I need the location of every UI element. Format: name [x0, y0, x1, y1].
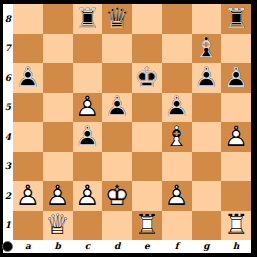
square-e3[interactable] [132, 152, 162, 182]
square-f6[interactable] [162, 63, 192, 93]
square-b5[interactable] [43, 93, 73, 123]
square-g8[interactable] [192, 4, 222, 34]
black-rook-glyph-outline: ♖ [73, 4, 103, 34]
white-pawn-piece: ♟♙ [13, 181, 43, 211]
square-h4[interactable]: ♟♙ [221, 122, 251, 152]
square-f8[interactable] [162, 4, 192, 34]
white-king-glyph-outline: ♔ [102, 181, 132, 211]
white-pawn-piece: ♟♙ [73, 93, 103, 123]
square-a3[interactable] [13, 152, 43, 182]
square-e2[interactable] [132, 181, 162, 211]
square-f5[interactable]: ♟♙ [162, 93, 192, 123]
white-rook-glyph-outline: ♖ [132, 211, 162, 241]
black-bishop-glyph-outline: ♗ [192, 34, 222, 64]
square-h1[interactable]: ♜♖ [221, 211, 251, 241]
chess-diagram: 87654321 ♜♖♛♕♜♖♝♗♟♙♚♔♟♙♟♙♟♙♟♙♟♙♟♙♝♗♟♙♟♙♟… [0, 0, 257, 257]
square-f2[interactable]: ♟♙ [162, 181, 192, 211]
file-label-f: f [162, 240, 192, 253]
rank-label-7: 7 [3, 34, 13, 64]
square-g6[interactable]: ♟♙ [192, 63, 222, 93]
white-pawn-piece: ♟♙ [221, 122, 251, 152]
black-pawn-glyph-outline: ♙ [102, 93, 132, 123]
white-pawn-glyph-outline: ♙ [162, 181, 192, 211]
square-e1[interactable]: ♜♖ [132, 211, 162, 241]
white-pawn-glyph-outline: ♙ [43, 181, 73, 211]
square-b8[interactable] [43, 4, 73, 34]
square-g4[interactable] [192, 122, 222, 152]
black-pawn-piece: ♟♙ [162, 93, 192, 123]
square-g3[interactable] [192, 152, 222, 182]
white-pawn-glyph-outline: ♙ [73, 181, 103, 211]
square-b6[interactable] [43, 63, 73, 93]
square-g7[interactable]: ♝♗ [192, 34, 222, 64]
square-d6[interactable] [102, 63, 132, 93]
white-rook-piece: ♜♖ [132, 211, 162, 241]
square-g5[interactable] [192, 93, 222, 123]
file-label-g: g [192, 240, 222, 253]
square-b2[interactable]: ♟♙ [43, 181, 73, 211]
square-f4[interactable]: ♝♗ [162, 122, 192, 152]
file-label-d: d [102, 240, 132, 253]
square-d7[interactable] [102, 34, 132, 64]
white-bishop-piece: ♝♗ [162, 122, 192, 152]
square-h3[interactable] [221, 152, 251, 182]
white-pawn-piece: ♟♙ [162, 181, 192, 211]
square-e4[interactable] [132, 122, 162, 152]
square-c1[interactable] [73, 211, 103, 241]
black-rook-piece: ♜♖ [221, 4, 251, 34]
square-e7[interactable] [132, 34, 162, 64]
white-bishop-glyph-outline: ♗ [162, 122, 192, 152]
chess-board: ♜♖♛♕♜♖♝♗♟♙♚♔♟♙♟♙♟♙♟♙♟♙♟♙♝♗♟♙♟♙♟♙♟♙♚♔♟♙♛♕… [13, 4, 251, 240]
white-pawn-glyph-outline: ♙ [221, 122, 251, 152]
square-d8[interactable]: ♛♕ [102, 4, 132, 34]
black-pawn-glyph-outline: ♙ [73, 122, 103, 152]
black-pawn-glyph-outline: ♙ [221, 63, 251, 93]
black-bishop-piece: ♝♗ [192, 34, 222, 64]
black-pawn-glyph-outline: ♙ [192, 63, 222, 93]
rank-label-4: 4 [3, 122, 13, 152]
file-label-h: h [221, 240, 251, 253]
white-rook-glyph-outline: ♖ [221, 211, 251, 241]
white-queen-glyph-outline: ♕ [43, 211, 73, 241]
square-h7[interactable] [221, 34, 251, 64]
rank-label-3: 3 [3, 152, 13, 182]
file-label-b: b [43, 240, 73, 253]
white-pawn-glyph-outline: ♙ [13, 181, 43, 211]
square-a2[interactable]: ♟♙ [13, 181, 43, 211]
square-b1[interactable]: ♛♕ [43, 211, 73, 241]
square-e5[interactable] [132, 93, 162, 123]
black-queen-glyph-outline: ♕ [102, 4, 132, 34]
square-e6[interactable]: ♚♔ [132, 63, 162, 93]
square-h6[interactable]: ♟♙ [221, 63, 251, 93]
rank-label-1: 1 [3, 211, 13, 241]
square-g2[interactable] [192, 181, 222, 211]
square-e8[interactable] [132, 4, 162, 34]
white-pawn-glyph-outline: ♙ [73, 93, 103, 123]
square-c5[interactable]: ♟♙ [73, 93, 103, 123]
square-a6[interactable]: ♟♙ [13, 63, 43, 93]
white-king-piece: ♚♔ [102, 181, 132, 211]
black-queen-piece: ♛♕ [102, 4, 132, 34]
rank-labels: 87654321 [3, 4, 13, 240]
square-a4[interactable] [13, 122, 43, 152]
square-c6[interactable] [73, 63, 103, 93]
square-a5[interactable] [13, 93, 43, 123]
black-pawn-glyph-outline: ♙ [162, 93, 192, 123]
square-c4[interactable]: ♟♙ [73, 122, 103, 152]
square-f1[interactable] [162, 211, 192, 241]
square-h8[interactable]: ♜♖ [221, 4, 251, 34]
black-king-glyph-outline: ♔ [132, 63, 162, 93]
file-label-c: c [73, 240, 103, 253]
black-king-piece: ♚♔ [132, 63, 162, 93]
file-labels: abcdefgh [13, 240, 251, 253]
square-c8[interactable]: ♜♖ [73, 4, 103, 34]
black-pawn-piece: ♟♙ [192, 63, 222, 93]
square-c7[interactable] [73, 34, 103, 64]
square-g1[interactable] [192, 211, 222, 241]
square-b7[interactable] [43, 34, 73, 64]
square-b4[interactable] [43, 122, 73, 152]
black-pawn-glyph-outline: ♙ [13, 63, 43, 93]
black-pawn-piece: ♟♙ [221, 63, 251, 93]
square-d5[interactable]: ♟♙ [102, 93, 132, 123]
file-label-a: a [13, 240, 43, 253]
file-label-e: e [132, 240, 162, 253]
black-rook-glyph-outline: ♖ [221, 4, 251, 34]
black-pawn-piece: ♟♙ [102, 93, 132, 123]
square-f7[interactable] [162, 34, 192, 64]
rank-label-2: 2 [3, 181, 13, 211]
rank-label-5: 5 [3, 93, 13, 123]
square-c2[interactable]: ♟♙ [73, 181, 103, 211]
square-b3[interactable] [43, 152, 73, 182]
white-queen-piece: ♛♕ [43, 211, 73, 241]
square-d2[interactable]: ♚♔ [102, 181, 132, 211]
white-pawn-piece: ♟♙ [43, 181, 73, 211]
square-d4[interactable] [102, 122, 132, 152]
square-a8[interactable] [13, 4, 43, 34]
rank-label-6: 6 [3, 63, 13, 93]
black-pawn-piece: ♟♙ [73, 122, 103, 152]
square-a7[interactable] [13, 34, 43, 64]
black-pawn-piece: ♟♙ [13, 63, 43, 93]
black-rook-piece: ♜♖ [73, 4, 103, 34]
square-a1[interactable] [13, 211, 43, 241]
square-f3[interactable] [162, 152, 192, 182]
white-rook-piece: ♜♖ [221, 211, 251, 241]
rank-label-8: 8 [3, 4, 13, 34]
square-d1[interactable] [102, 211, 132, 241]
square-c3[interactable] [73, 152, 103, 182]
black-to-move-indicator [2, 241, 13, 252]
square-d3[interactable] [102, 152, 132, 182]
square-h5[interactable] [221, 93, 251, 123]
square-h2[interactable] [221, 181, 251, 211]
white-pawn-piece: ♟♙ [73, 181, 103, 211]
